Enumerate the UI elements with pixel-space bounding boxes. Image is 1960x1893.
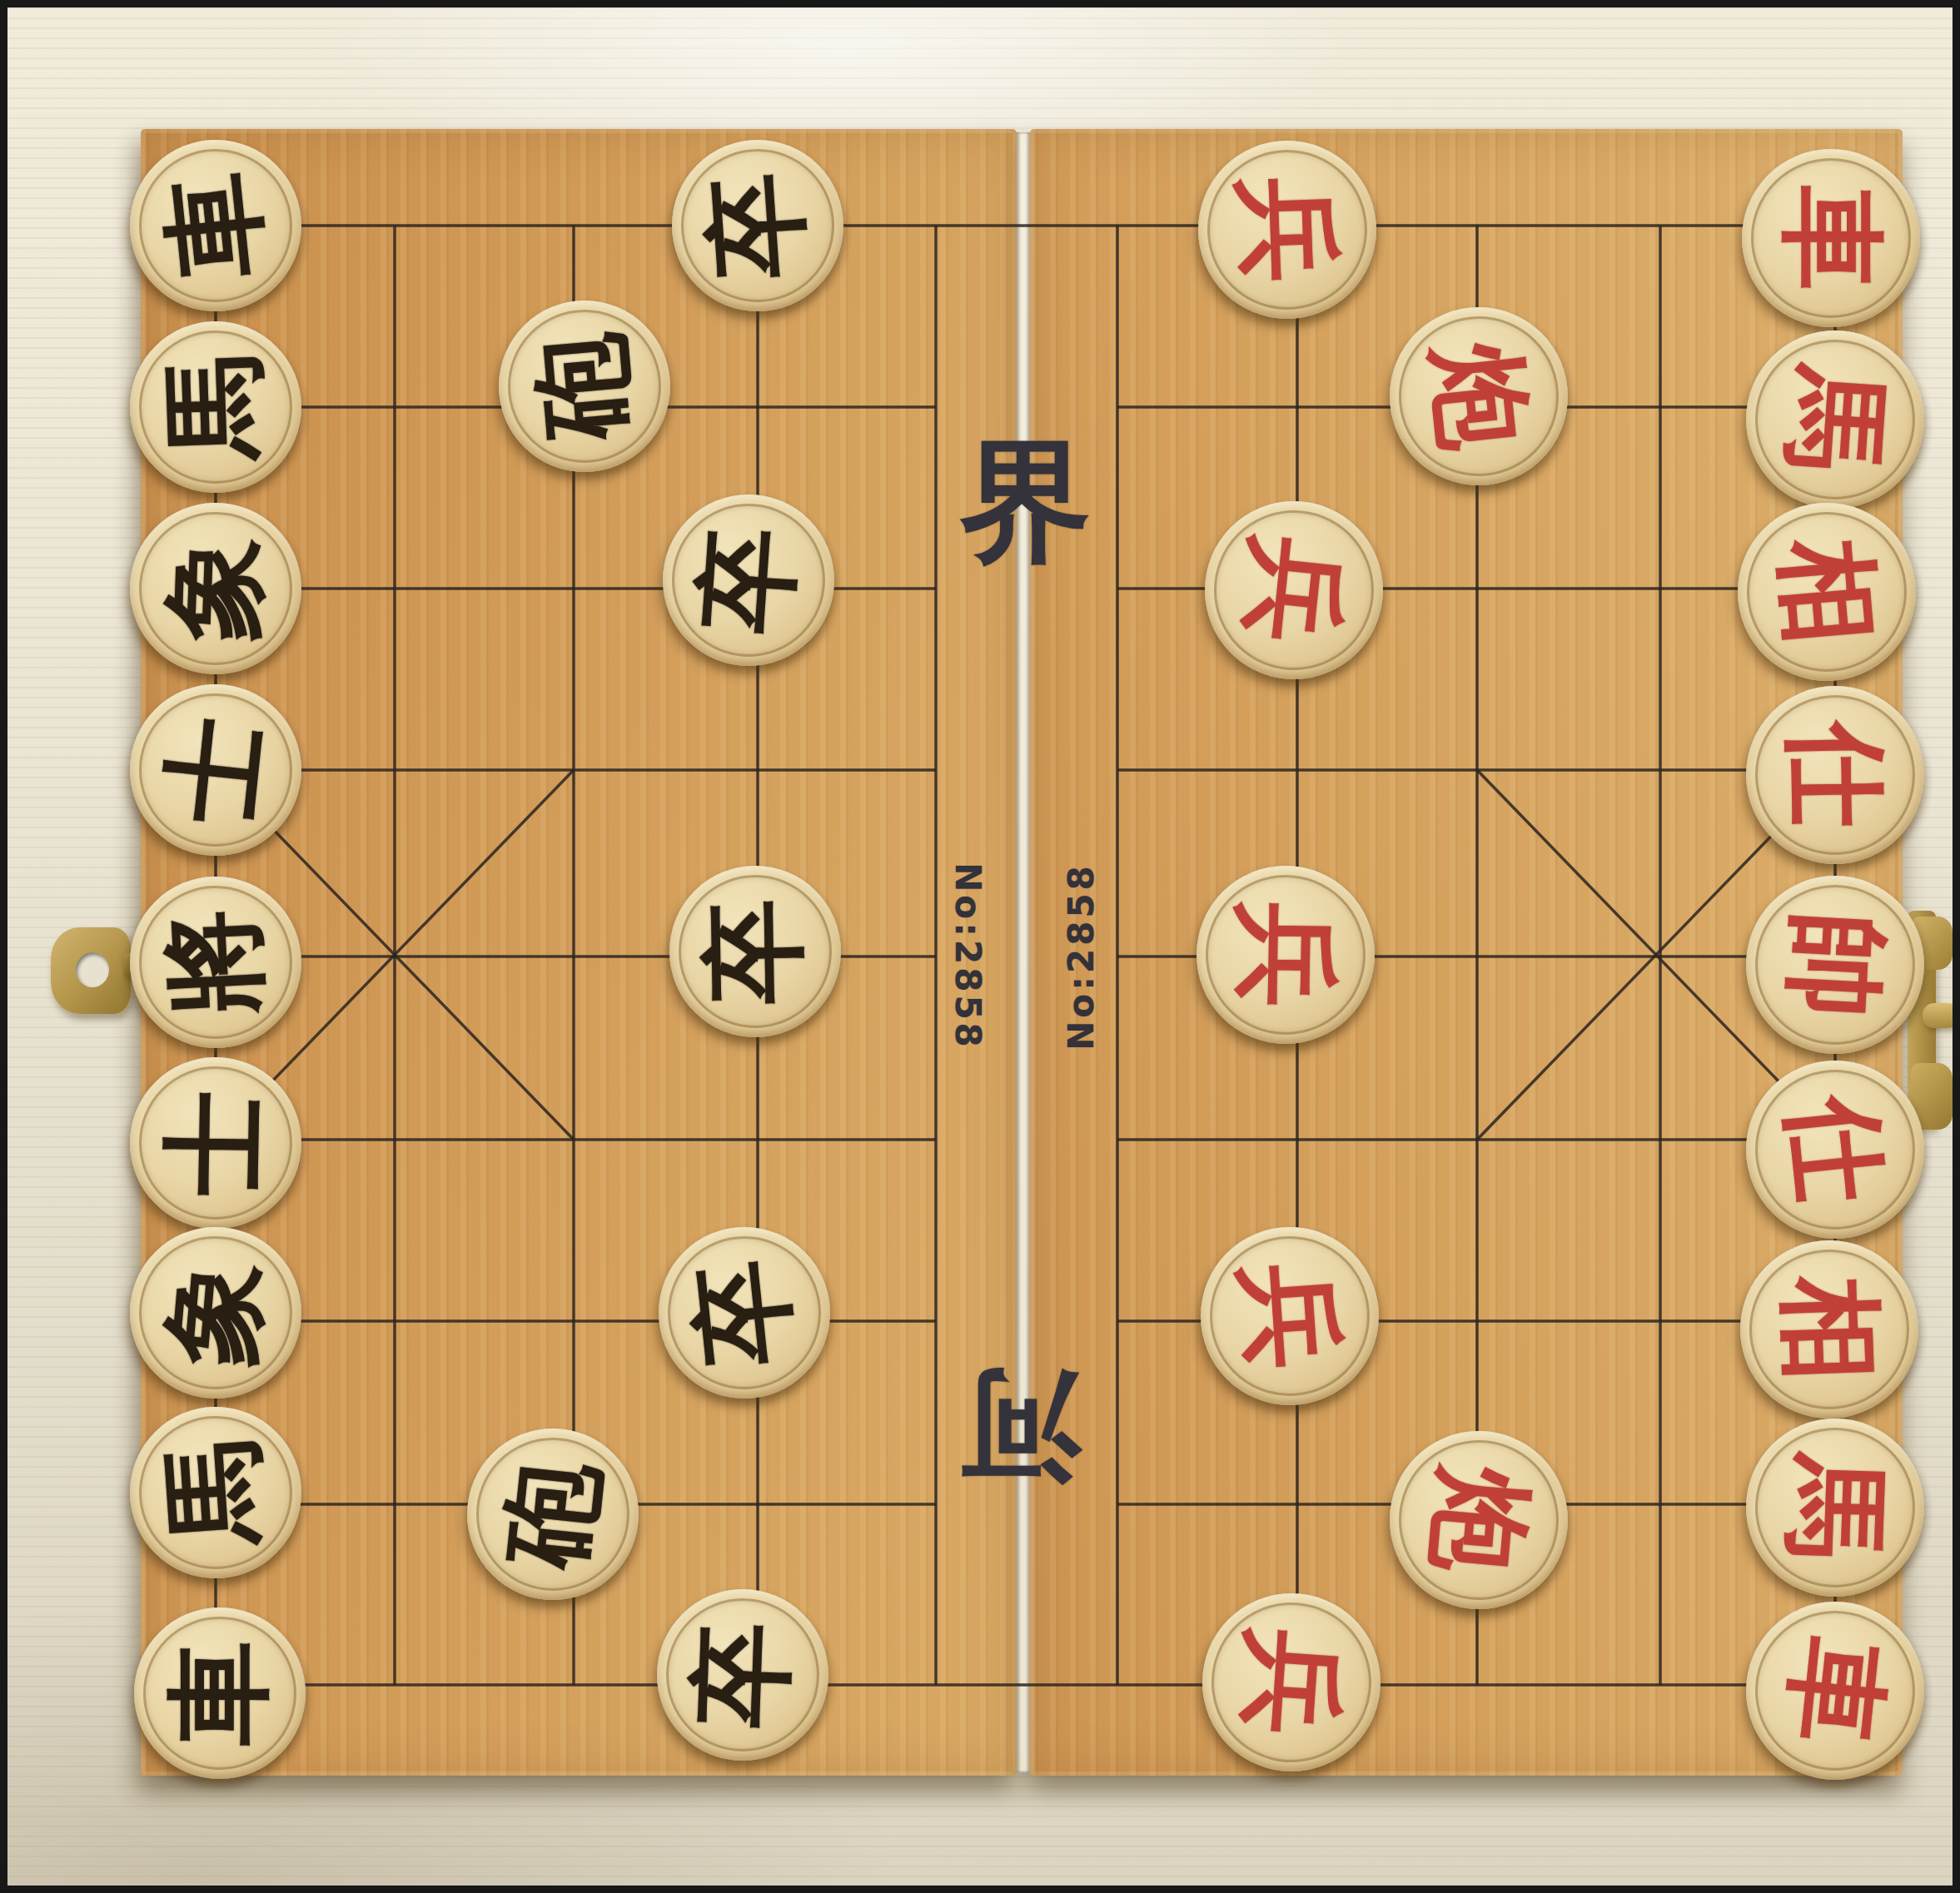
red-soldier[interactable]: 兵 — [1201, 1227, 1379, 1405]
piece-glyph: 卒 — [702, 898, 808, 1005]
black-soldier[interactable]: 卒 — [659, 1227, 830, 1399]
serial-number-left: No:2858 — [948, 862, 988, 1051]
piece-glyph: 馬 — [1781, 1453, 1889, 1562]
black-cannon[interactable]: 砲 — [499, 301, 670, 472]
black-horse[interactable]: 馬 — [130, 1407, 301, 1578]
piece-glyph: 仕 — [1782, 722, 1888, 828]
black-chariot[interactable]: 車 — [130, 140, 301, 311]
black-soldier[interactable]: 卒 — [669, 866, 841, 1037]
red-cannon[interactable]: 炮 — [1390, 307, 1568, 485]
black-soldier[interactable]: 卒 — [657, 1589, 828, 1761]
piece-glyph: 兵 — [1236, 533, 1351, 648]
red-chariot[interactable]: 車 — [1742, 149, 1920, 327]
red-cannon[interactable]: 炮 — [1390, 1431, 1568, 1609]
black-soldier[interactable]: 卒 — [663, 494, 834, 666]
river-label-he: 河 — [960, 1344, 1082, 1508]
right-latch-knob-icon — [1923, 1003, 1959, 1028]
piece-glyph: 士 — [158, 713, 273, 827]
piece-glyph: 馬 — [162, 353, 270, 461]
piece-glyph: 將 — [161, 907, 271, 1017]
serial-number-right: No:2858 — [1061, 862, 1102, 1051]
black-cannon[interactable]: 砲 — [467, 1428, 639, 1600]
piece-glyph: 相 — [1770, 535, 1884, 649]
river-label-jie: 界 — [960, 415, 1092, 592]
black-general[interactable]: 將 — [130, 877, 301, 1048]
piece-glyph: 兵 — [1232, 902, 1339, 1008]
piece-glyph: 象 — [159, 1256, 273, 1370]
red-elephant[interactable]: 相 — [1740, 1240, 1918, 1419]
left-latch-hole-icon — [76, 952, 109, 987]
xiangqi-board-photo: 界 河 No:2858 No:2858 車馬象士將士象馬車砲砲卒卒卒卒卒兵兵兵兵… — [0, 0, 1960, 1893]
black-advisor[interactable]: 士 — [130, 1057, 301, 1229]
piece-glyph: 卒 — [693, 524, 804, 636]
piece-glyph: 車 — [1778, 1633, 1893, 1748]
red-soldier[interactable]: 兵 — [1196, 866, 1375, 1044]
red-soldier[interactable]: 兵 — [1202, 1593, 1380, 1771]
piece-glyph: 卒 — [702, 170, 813, 281]
red-horse[interactable]: 馬 — [1746, 330, 1924, 509]
piece-glyph: 卒 — [687, 1255, 802, 1370]
black-chariot[interactable]: 車 — [134, 1607, 306, 1779]
piece-glyph: 卒 — [689, 1621, 797, 1729]
piece-glyph: 馬 — [1779, 364, 1891, 475]
piece-glyph: 馬 — [160, 1437, 271, 1548]
piece-glyph: 仕 — [1778, 1092, 1893, 1207]
piece-glyph: 兵 — [1234, 1260, 1346, 1372]
red-advisor[interactable]: 仕 — [1746, 686, 1924, 864]
piece-glyph: 砲 — [528, 330, 642, 444]
piece-glyph: 帥 — [1780, 910, 1890, 1020]
black-soldier[interactable]: 卒 — [672, 140, 843, 311]
black-elephant[interactable]: 象 — [130, 1227, 301, 1399]
piece-glyph: 炮 — [1422, 1463, 1536, 1577]
piece-glyph: 炮 — [1421, 339, 1536, 454]
piece-glyph: 砲 — [495, 1457, 610, 1572]
piece-glyph: 車 — [158, 168, 273, 283]
piece-glyph: 兵 — [1236, 1627, 1347, 1738]
red-soldier[interactable]: 兵 — [1205, 501, 1383, 679]
piece-glyph: 士 — [162, 1090, 269, 1196]
black-advisor[interactable]: 士 — [130, 684, 301, 856]
red-general[interactable]: 帥 — [1746, 876, 1924, 1054]
piece-glyph: 車 — [1778, 186, 1883, 291]
red-horse[interactable]: 馬 — [1746, 1419, 1924, 1597]
black-horse[interactable]: 馬 — [130, 321, 301, 493]
red-advisor[interactable]: 仕 — [1746, 1061, 1924, 1239]
red-soldier[interactable]: 兵 — [1198, 141, 1376, 319]
piece-glyph: 兵 — [1233, 176, 1341, 284]
red-elephant[interactable]: 相 — [1738, 503, 1916, 681]
piece-glyph: 車 — [167, 1641, 272, 1746]
black-elephant[interactable]: 象 — [130, 503, 301, 674]
red-chariot[interactable]: 車 — [1746, 1602, 1924, 1780]
piece-glyph: 相 — [1775, 1275, 1883, 1384]
piece-glyph: 象 — [162, 534, 270, 643]
